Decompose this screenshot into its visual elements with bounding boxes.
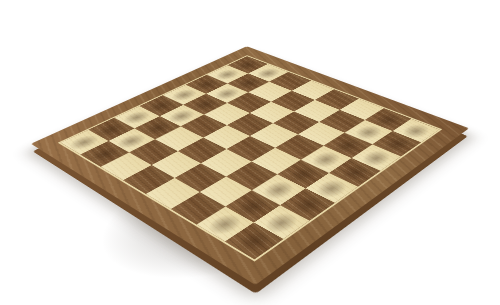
dark-pawn-glyph: ♟ <box>81 89 126 156</box>
square-a1: ♜ <box>225 223 283 260</box>
chess-set-photo: ♜♞♝♛♚♝♞♜♟♟♟♟♟♟♟♟♟♟♟♟♟♟♟♟♜♞♝♛♚♝♞♜ <box>0 0 500 305</box>
light-rook-glyph: ♜ <box>221 151 283 244</box>
